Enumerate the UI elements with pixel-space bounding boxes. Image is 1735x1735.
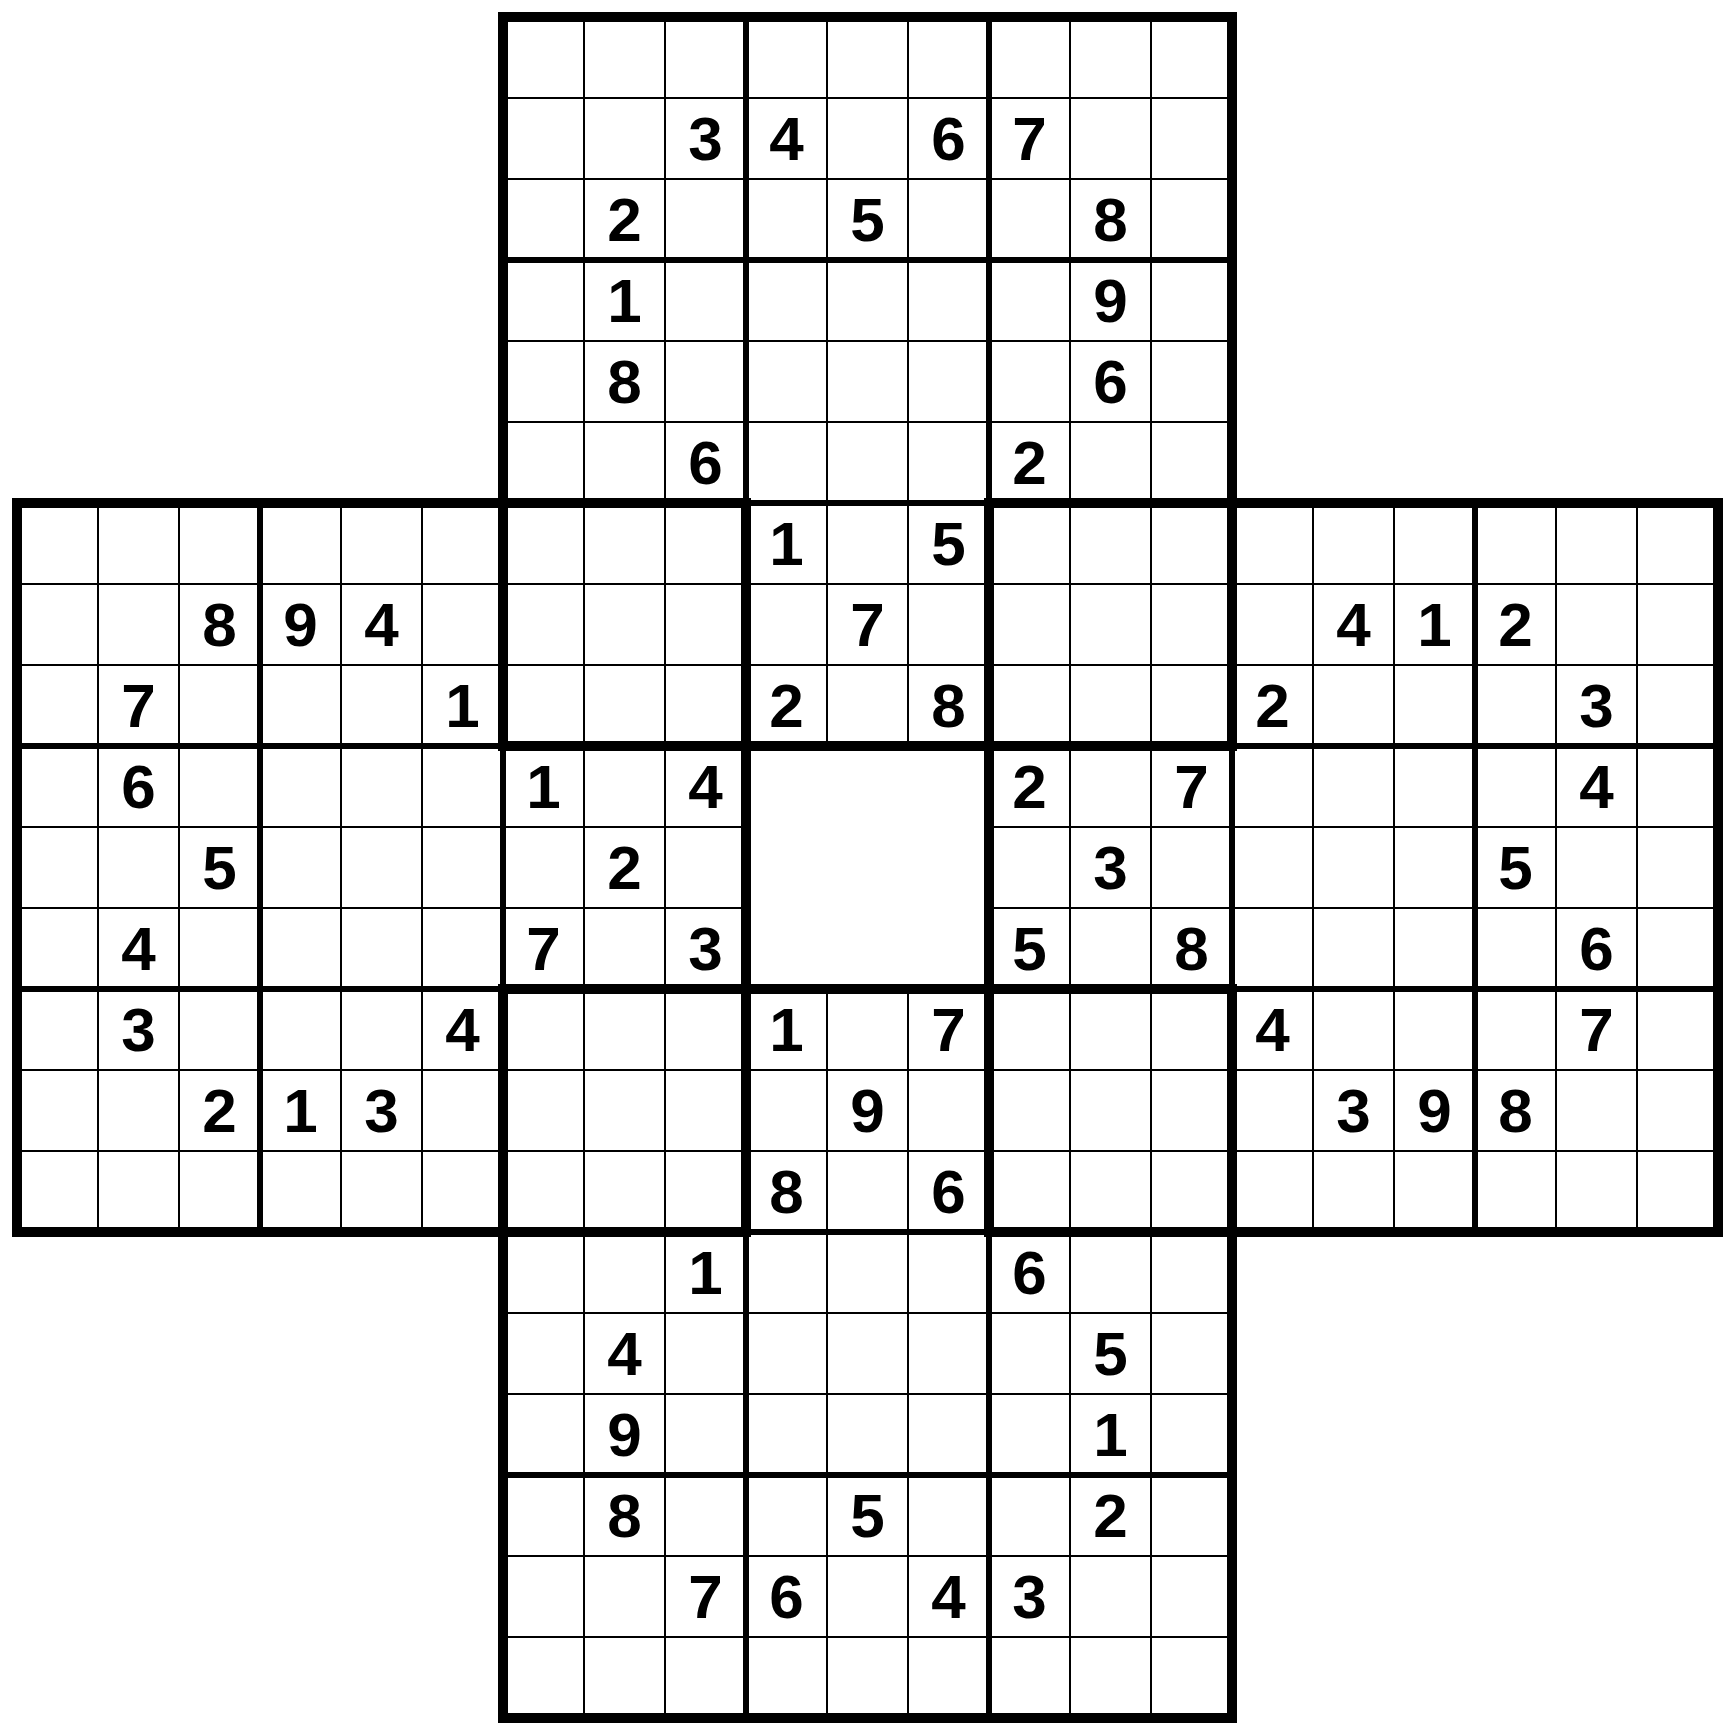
- cell-r1c14[interactable]: [1070, 17, 1151, 98]
- cell-r4c8[interactable]: 1: [584, 260, 665, 341]
- cell-r17c8[interactable]: 4: [584, 1313, 665, 1394]
- cell-r10c13[interactable]: 2: [989, 746, 1070, 827]
- cell-r10c9[interactable]: 4: [665, 746, 746, 827]
- cell-r14c17[interactable]: 3: [1313, 1070, 1394, 1151]
- cell-r11c15[interactable]: [1151, 827, 1232, 908]
- cell-r16c9[interactable]: 1: [665, 1232, 746, 1313]
- cell-r19c15[interactable]: [1151, 1475, 1232, 1556]
- cell-r14c21[interactable]: [1637, 1070, 1718, 1151]
- cell-r14c7[interactable]: [503, 1070, 584, 1151]
- cell-r15c5[interactable]: [341, 1151, 422, 1232]
- cell-r13c6[interactable]: 4: [422, 989, 503, 1070]
- cell-r14c20[interactable]: [1556, 1070, 1637, 1151]
- cell-r15c6[interactable]: [422, 1151, 503, 1232]
- cell-r9c16[interactable]: 2: [1232, 665, 1313, 746]
- cell-r11c7[interactable]: [503, 827, 584, 908]
- cell-r9c14[interactable]: [1070, 665, 1151, 746]
- cell-r7c1[interactable]: [17, 503, 98, 584]
- cell-r20c12[interactable]: 4: [908, 1556, 989, 1637]
- cell-r6c13[interactable]: 2: [989, 422, 1070, 503]
- cell-r18c13[interactable]: [989, 1394, 1070, 1475]
- cell-r2c13[interactable]: 7: [989, 98, 1070, 179]
- cell-r10c4[interactable]: [260, 746, 341, 827]
- cell-r15c13[interactable]: [989, 1151, 1070, 1232]
- cell-r21c13[interactable]: [989, 1637, 1070, 1718]
- cell-r8c18[interactable]: 1: [1394, 584, 1475, 665]
- cell-r7c20[interactable]: [1556, 503, 1637, 584]
- cell-r5c11[interactable]: [827, 341, 908, 422]
- cell-r15c21[interactable]: [1637, 1151, 1718, 1232]
- cell-r12c15[interactable]: 8: [1151, 908, 1232, 989]
- cell-r9c12[interactable]: 8: [908, 665, 989, 746]
- cell-r20c9[interactable]: 7: [665, 1556, 746, 1637]
- cell-r10c19[interactable]: [1475, 746, 1556, 827]
- cell-r7c6[interactable]: [422, 503, 503, 584]
- cell-r10c7[interactable]: 1: [503, 746, 584, 827]
- cell-r4c13[interactable]: [989, 260, 1070, 341]
- cell-r12c6[interactable]: [422, 908, 503, 989]
- cell-r15c16[interactable]: [1232, 1151, 1313, 1232]
- cell-r12c1[interactable]: [17, 908, 98, 989]
- cell-r12c7[interactable]: 7: [503, 908, 584, 989]
- cell-r20c11[interactable]: [827, 1556, 908, 1637]
- cell-r11c4[interactable]: [260, 827, 341, 908]
- cell-r15c4[interactable]: [260, 1151, 341, 1232]
- cell-r13c16[interactable]: 4: [1232, 989, 1313, 1070]
- cell-r2c14[interactable]: [1070, 98, 1151, 179]
- cell-r5c9[interactable]: [665, 341, 746, 422]
- cell-r13c10[interactable]: 1: [746, 989, 827, 1070]
- cell-r1c8[interactable]: [584, 17, 665, 98]
- cell-r19c14[interactable]: 2: [1070, 1475, 1151, 1556]
- cell-r15c19[interactable]: [1475, 1151, 1556, 1232]
- cell-r8c2[interactable]: [98, 584, 179, 665]
- cell-r6c14[interactable]: [1070, 422, 1151, 503]
- cell-r3c8[interactable]: 2: [584, 179, 665, 260]
- cell-r18c7[interactable]: [503, 1394, 584, 1475]
- cell-r11c6[interactable]: [422, 827, 503, 908]
- cell-r10c17[interactable]: [1313, 746, 1394, 827]
- cell-r11c3[interactable]: 5: [179, 827, 260, 908]
- cell-r12c8[interactable]: [584, 908, 665, 989]
- cell-r8c20[interactable]: [1556, 584, 1637, 665]
- cell-r21c11[interactable]: [827, 1637, 908, 1718]
- cell-r13c17[interactable]: [1313, 989, 1394, 1070]
- cell-r7c11[interactable]: [827, 503, 908, 584]
- cell-r15c15[interactable]: [1151, 1151, 1232, 1232]
- cell-r15c2[interactable]: [98, 1151, 179, 1232]
- cell-r21c7[interactable]: [503, 1637, 584, 1718]
- cell-r14c11[interactable]: 9: [827, 1070, 908, 1151]
- cell-r7c7[interactable]: [503, 503, 584, 584]
- given-digit: 2: [202, 1080, 236, 1142]
- cell-r7c18[interactable]: [1394, 503, 1475, 584]
- cell-r7c9[interactable]: [665, 503, 746, 584]
- cell-r17c13[interactable]: [989, 1313, 1070, 1394]
- cell-r18c9[interactable]: [665, 1394, 746, 1475]
- cell-r7c17[interactable]: [1313, 503, 1394, 584]
- cell-r12c21[interactable]: [1637, 908, 1718, 989]
- cell-r6c15[interactable]: [1151, 422, 1232, 503]
- cell-r9c15[interactable]: [1151, 665, 1232, 746]
- cell-r6c7[interactable]: [503, 422, 584, 503]
- cell-r18c10[interactable]: [746, 1394, 827, 1475]
- cell-r14c15[interactable]: [1151, 1070, 1232, 1151]
- cell-r3c14[interactable]: 8: [1070, 179, 1151, 260]
- cell-r13c7[interactable]: [503, 989, 584, 1070]
- cell-r2c11[interactable]: [827, 98, 908, 179]
- cell-r14c12[interactable]: [908, 1070, 989, 1151]
- cell-r21c10[interactable]: [746, 1637, 827, 1718]
- cell-r5c12[interactable]: [908, 341, 989, 422]
- cell-r19c10[interactable]: [746, 1475, 827, 1556]
- cell-r9c5[interactable]: [341, 665, 422, 746]
- cell-r7c14[interactable]: [1070, 503, 1151, 584]
- cell-r7c8[interactable]: [584, 503, 665, 584]
- cell-r10c1[interactable]: [17, 746, 98, 827]
- cell-r11c2[interactable]: [98, 827, 179, 908]
- cell-r3c13[interactable]: [989, 179, 1070, 260]
- given-digit: 3: [1336, 1080, 1370, 1142]
- cell-r11c16[interactable]: [1232, 827, 1313, 908]
- given-digit: 4: [364, 594, 398, 656]
- cell-r8c13[interactable]: [989, 584, 1070, 665]
- cell-r14c16[interactable]: [1232, 1070, 1313, 1151]
- cell-r7c10[interactable]: 1: [746, 503, 827, 584]
- cell-r13c2[interactable]: 3: [98, 989, 179, 1070]
- cell-r2c9[interactable]: 3: [665, 98, 746, 179]
- cell-r9c1[interactable]: [17, 665, 98, 746]
- cell-r17c9[interactable]: [665, 1313, 746, 1394]
- cell-r15c1[interactable]: [17, 1151, 98, 1232]
- cell-r11c17[interactable]: [1313, 827, 1394, 908]
- cell-r10c6[interactable]: [422, 746, 503, 827]
- cell-r13c5[interactable]: [341, 989, 422, 1070]
- cell-r7c2[interactable]: [98, 503, 179, 584]
- cell-r12c4[interactable]: [260, 908, 341, 989]
- cell-r7c21[interactable]: [1637, 503, 1718, 584]
- cell-r1c10[interactable]: [746, 17, 827, 98]
- cell-r2c7[interactable]: [503, 98, 584, 179]
- cell-r7c4[interactable]: [260, 503, 341, 584]
- cell-r18c15[interactable]: [1151, 1394, 1232, 1475]
- cell-r9c3[interactable]: [179, 665, 260, 746]
- cell-r18c8[interactable]: 9: [584, 1394, 665, 1475]
- cell-r14c10[interactable]: [746, 1070, 827, 1151]
- cell-r17c12[interactable]: [908, 1313, 989, 1394]
- cell-r12c3[interactable]: [179, 908, 260, 989]
- cell-r10c3[interactable]: [179, 746, 260, 827]
- cell-r10c5[interactable]: [341, 746, 422, 827]
- cell-r14c6[interactable]: [422, 1070, 503, 1151]
- cell-r17c15[interactable]: [1151, 1313, 1232, 1394]
- cell-r21c9[interactable]: [665, 1637, 746, 1718]
- cell-r10c2[interactable]: 6: [98, 746, 179, 827]
- cell-r8c7[interactable]: [503, 584, 584, 665]
- cell-r4c15[interactable]: [1151, 260, 1232, 341]
- cell-r19c9[interactable]: [665, 1475, 746, 1556]
- cell-r6c8[interactable]: [584, 422, 665, 503]
- cell-r19c13[interactable]: [989, 1475, 1070, 1556]
- cell-r8c8[interactable]: [584, 584, 665, 665]
- cell-r16c15[interactable]: [1151, 1232, 1232, 1313]
- cell-r17c10[interactable]: [746, 1313, 827, 1394]
- cell-r14c14[interactable]: [1070, 1070, 1151, 1151]
- cell-r8c3[interactable]: 8: [179, 584, 260, 665]
- cell-r9c21[interactable]: [1637, 665, 1718, 746]
- cell-r15c18[interactable]: [1394, 1151, 1475, 1232]
- cell-r7c15[interactable]: [1151, 503, 1232, 584]
- cell-r8c19[interactable]: 2: [1475, 584, 1556, 665]
- cell-r11c18[interactable]: [1394, 827, 1475, 908]
- cell-r7c16[interactable]: [1232, 503, 1313, 584]
- cell-r18c12[interactable]: [908, 1394, 989, 1475]
- cell-r2c15[interactable]: [1151, 98, 1232, 179]
- cell-r15c12[interactable]: 6: [908, 1151, 989, 1232]
- cell-r15c3[interactable]: [179, 1151, 260, 1232]
- cell-r8c5[interactable]: 4: [341, 584, 422, 665]
- cell-r10c16[interactable]: [1232, 746, 1313, 827]
- given-digit: 7: [1012, 108, 1046, 170]
- cell-r14c5[interactable]: 3: [341, 1070, 422, 1151]
- cell-r5c15[interactable]: [1151, 341, 1232, 422]
- cell-r19c11[interactable]: 5: [827, 1475, 908, 1556]
- cell-r19c8[interactable]: 8: [584, 1475, 665, 1556]
- cell-r14c4[interactable]: 1: [260, 1070, 341, 1151]
- cell-r16c11[interactable]: [827, 1232, 908, 1313]
- cell-r14c19[interactable]: 8: [1475, 1070, 1556, 1151]
- cell-r13c8[interactable]: [584, 989, 665, 1070]
- cell-r15c7[interactable]: [503, 1151, 584, 1232]
- cell-r11c19[interactable]: 5: [1475, 827, 1556, 908]
- cell-r15c8[interactable]: [584, 1151, 665, 1232]
- cell-r5c14[interactable]: 6: [1070, 341, 1151, 422]
- cell-r9c7[interactable]: [503, 665, 584, 746]
- cell-r18c11[interactable]: [827, 1394, 908, 1475]
- cell-r20c13[interactable]: 3: [989, 1556, 1070, 1637]
- given-digit: 3: [1012, 1566, 1046, 1628]
- cell-r16c14[interactable]: [1070, 1232, 1151, 1313]
- cell-r9c18[interactable]: [1394, 665, 1475, 746]
- cell-r20c7[interactable]: [503, 1556, 584, 1637]
- cell-r6c9[interactable]: 6: [665, 422, 746, 503]
- cell-r8c9[interactable]: [665, 584, 746, 665]
- cell-r12c14[interactable]: [1070, 908, 1151, 989]
- cell-r2c12[interactable]: 6: [908, 98, 989, 179]
- cell-r11c1[interactable]: [17, 827, 98, 908]
- cell-r12c20[interactable]: 6: [1556, 908, 1637, 989]
- cell-r12c2[interactable]: 4: [98, 908, 179, 989]
- cell-r20c14[interactable]: [1070, 1556, 1151, 1637]
- cell-r8c4[interactable]: 9: [260, 584, 341, 665]
- cell-r10c18[interactable]: [1394, 746, 1475, 827]
- cell-r14c18[interactable]: 9: [1394, 1070, 1475, 1151]
- cell-r17c7[interactable]: [503, 1313, 584, 1394]
- cell-r12c5[interactable]: [341, 908, 422, 989]
- cell-r14c8[interactable]: [584, 1070, 665, 1151]
- cell-r21c15[interactable]: [1151, 1637, 1232, 1718]
- cell-r15c11[interactable]: [827, 1151, 908, 1232]
- cell-r13c19[interactable]: [1475, 989, 1556, 1070]
- cell-r9c11[interactable]: [827, 665, 908, 746]
- cell-r4c14[interactable]: 9: [1070, 260, 1151, 341]
- cell-r15c9[interactable]: [665, 1151, 746, 1232]
- cell-r16c10[interactable]: [746, 1232, 827, 1313]
- cell-r12c9[interactable]: 3: [665, 908, 746, 989]
- cell-r15c14[interactable]: [1070, 1151, 1151, 1232]
- cell-r9c10[interactable]: 2: [746, 665, 827, 746]
- given-digit: 7: [121, 675, 155, 737]
- cell-r16c7[interactable]: [503, 1232, 584, 1313]
- cell-r12c13[interactable]: 5: [989, 908, 1070, 989]
- cell-r17c11[interactable]: [827, 1313, 908, 1394]
- cell-r3c9[interactable]: [665, 179, 746, 260]
- cell-r16c13[interactable]: 6: [989, 1232, 1070, 1313]
- cell-r11c21[interactable]: [1637, 827, 1718, 908]
- cell-r15c17[interactable]: [1313, 1151, 1394, 1232]
- cell-r14c2[interactable]: [98, 1070, 179, 1151]
- cell-r8c1[interactable]: [17, 584, 98, 665]
- cell-r7c3[interactable]: [179, 503, 260, 584]
- cell-r10c15[interactable]: 7: [1151, 746, 1232, 827]
- cell-r19c12[interactable]: [908, 1475, 989, 1556]
- cell-r1c11[interactable]: [827, 17, 908, 98]
- cell-r9c2[interactable]: 7: [98, 665, 179, 746]
- cell-r8c14[interactable]: [1070, 584, 1151, 665]
- cell-r21c12[interactable]: [908, 1637, 989, 1718]
- cell-r8c15[interactable]: [1151, 584, 1232, 665]
- cell-r3c7[interactable]: [503, 179, 584, 260]
- cell-r13c12[interactable]: 7: [908, 989, 989, 1070]
- cell-r13c21[interactable]: [1637, 989, 1718, 1070]
- cell-r16c12[interactable]: [908, 1232, 989, 1313]
- cell-r11c9[interactable]: [665, 827, 746, 908]
- cell-r3c10[interactable]: [746, 179, 827, 260]
- cell-r1c13[interactable]: [989, 17, 1070, 98]
- cell-r4c12[interactable]: [908, 260, 989, 341]
- cell-r13c13[interactable]: [989, 989, 1070, 1070]
- cell-r7c12[interactable]: 5: [908, 503, 989, 584]
- cell-r6c10[interactable]: [746, 422, 827, 503]
- cell-r13c4[interactable]: [260, 989, 341, 1070]
- given-digit: 9: [283, 594, 317, 656]
- cell-r8c6[interactable]: [422, 584, 503, 665]
- cell-r3c15[interactable]: [1151, 179, 1232, 260]
- cell-r18c14[interactable]: 1: [1070, 1394, 1151, 1475]
- cell-r2c10[interactable]: 4: [746, 98, 827, 179]
- cell-r5c7[interactable]: [503, 341, 584, 422]
- cell-r17c14[interactable]: 5: [1070, 1313, 1151, 1394]
- cell-r13c3[interactable]: [179, 989, 260, 1070]
- cell-r6c11[interactable]: [827, 422, 908, 503]
- cell-r15c20[interactable]: [1556, 1151, 1637, 1232]
- cell-r6c12[interactable]: [908, 422, 989, 503]
- cell-r10c20[interactable]: 4: [1556, 746, 1637, 827]
- cell-r9c6[interactable]: 1: [422, 665, 503, 746]
- cell-r21c8[interactable]: [584, 1637, 665, 1718]
- cell-r12c17[interactable]: [1313, 908, 1394, 989]
- cell-r10c14[interactable]: [1070, 746, 1151, 827]
- cell-r20c8[interactable]: [584, 1556, 665, 1637]
- cell-r14c9[interactable]: [665, 1070, 746, 1151]
- cell-r1c9[interactable]: [665, 17, 746, 98]
- cell-r3c11[interactable]: 5: [827, 179, 908, 260]
- cell-r21c14[interactable]: [1070, 1637, 1151, 1718]
- cell-r8c17[interactable]: 4: [1313, 584, 1394, 665]
- given-digit: 9: [607, 1404, 641, 1466]
- cell-r9c13[interactable]: [989, 665, 1070, 746]
- cell-r9c19[interactable]: [1475, 665, 1556, 746]
- cell-r20c15[interactable]: [1151, 1556, 1232, 1637]
- cell-r11c8[interactable]: 2: [584, 827, 665, 908]
- cell-r20c10[interactable]: 6: [746, 1556, 827, 1637]
- cell-r13c20[interactable]: 7: [1556, 989, 1637, 1070]
- cell-r9c8[interactable]: [584, 665, 665, 746]
- cell-r14c1[interactable]: [17, 1070, 98, 1151]
- cell-r13c14[interactable]: [1070, 989, 1151, 1070]
- cell-r9c9[interactable]: [665, 665, 746, 746]
- cell-r12c19[interactable]: [1475, 908, 1556, 989]
- cell-r4c9[interactable]: [665, 260, 746, 341]
- cell-r2c8[interactable]: [584, 98, 665, 179]
- cell-r11c13[interactable]: [989, 827, 1070, 908]
- cell-r13c9[interactable]: [665, 989, 746, 1070]
- cell-r16c8[interactable]: [584, 1232, 665, 1313]
- cell-r4c10[interactable]: [746, 260, 827, 341]
- cell-r7c19[interactable]: [1475, 503, 1556, 584]
- cell-r11c5[interactable]: [341, 827, 422, 908]
- cell-r15c10[interactable]: 8: [746, 1151, 827, 1232]
- cell-r1c15[interactable]: [1151, 17, 1232, 98]
- cell-r8c16[interactable]: [1232, 584, 1313, 665]
- cell-r3c12[interactable]: [908, 179, 989, 260]
- given-digit: 7: [850, 594, 884, 656]
- cell-r13c18[interactable]: [1394, 989, 1475, 1070]
- cell-r5c13[interactable]: [989, 341, 1070, 422]
- given-digit: 4: [688, 756, 722, 818]
- cell-r8c21[interactable]: [1637, 584, 1718, 665]
- cell-r14c13[interactable]: [989, 1070, 1070, 1151]
- cell-r19c7[interactable]: [503, 1475, 584, 1556]
- cell-r7c5[interactable]: [341, 503, 422, 584]
- cell-r13c11[interactable]: [827, 989, 908, 1070]
- cell-r9c17[interactable]: [1313, 665, 1394, 746]
- cell-r5c8[interactable]: 8: [584, 341, 665, 422]
- cell-r7c13[interactable]: [989, 503, 1070, 584]
- cell-r4c7[interactable]: [503, 260, 584, 341]
- cell-r12c16[interactable]: [1232, 908, 1313, 989]
- cell-r11c14[interactable]: 3: [1070, 827, 1151, 908]
- cell-r11c20[interactable]: [1556, 827, 1637, 908]
- cell-r1c7[interactable]: [503, 17, 584, 98]
- cell-r9c20[interactable]: 3: [1556, 665, 1637, 746]
- given-digit: 4: [1255, 999, 1289, 1061]
- cell-r13c1[interactable]: [17, 989, 98, 1070]
- cell-r1c12[interactable]: [908, 17, 989, 98]
- cell-r8c11[interactable]: 7: [827, 584, 908, 665]
- cell-r4c11[interactable]: [827, 260, 908, 341]
- cell-r8c10[interactable]: [746, 584, 827, 665]
- cell-r8c12[interactable]: [908, 584, 989, 665]
- cell-r10c21[interactable]: [1637, 746, 1718, 827]
- cell-r13c15[interactable]: [1151, 989, 1232, 1070]
- cell-r9c4[interactable]: [260, 665, 341, 746]
- cell-r12c18[interactable]: [1394, 908, 1475, 989]
- given-digit: 1: [1417, 594, 1451, 656]
- cell-r5c10[interactable]: [746, 341, 827, 422]
- cell-r14c3[interactable]: 2: [179, 1070, 260, 1151]
- cell-r10c8[interactable]: [584, 746, 665, 827]
